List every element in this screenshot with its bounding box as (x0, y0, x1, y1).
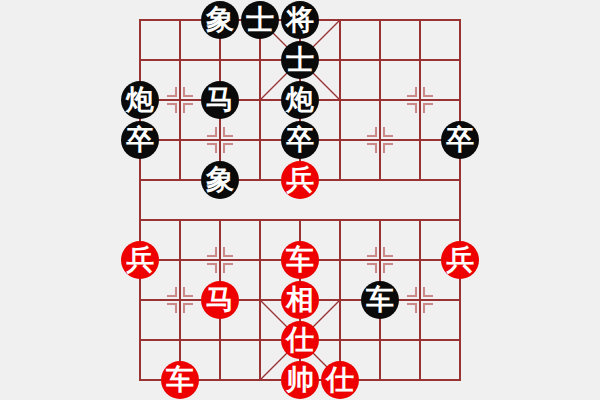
intersection-c4-r1[interactable]: 士 (280, 40, 320, 80)
piece-black-advisor[interactable]: 士 (241, 1, 279, 39)
intersection-c2-r3[interactable] (200, 120, 240, 160)
piece-black-elephant[interactable]: 象 (201, 1, 239, 39)
intersection-c6-r1[interactable] (360, 40, 400, 80)
piece-black-chariot[interactable]: 车 (361, 281, 399, 319)
intersection-c4-r8[interactable]: 仕 (280, 320, 320, 360)
intersection-c7-r0[interactable] (400, 0, 440, 40)
piece-black-general[interactable]: 将 (281, 1, 319, 39)
piece-black-soldier[interactable]: 卒 (281, 121, 319, 159)
intersection-c5-r9[interactable]: 仕 (320, 360, 360, 400)
intersection-c2-r4[interactable]: 象 (200, 160, 240, 200)
intersection-c7-r8[interactable] (400, 320, 440, 360)
intersection-c2-r7[interactable]: 马 (200, 280, 240, 320)
intersection-c5-r4[interactable] (320, 160, 360, 200)
intersection-c0-r2[interactable]: 炮 (120, 80, 160, 120)
intersection-c4-r0[interactable]: 将 (280, 0, 320, 40)
intersection-c1-r5[interactable] (160, 200, 200, 240)
piece-black-soldier[interactable]: 卒 (121, 121, 159, 159)
piece-red-soldier[interactable]: 兵 (441, 241, 479, 279)
intersection-c3-r3[interactable] (240, 120, 280, 160)
board-grid: 象士将士炮马炮卒卒卒象兵兵车兵马相车仕车帅仕 (120, 0, 480, 400)
intersection-c4-r4[interactable]: 兵 (280, 160, 320, 200)
intersection-c7-r5[interactable] (400, 200, 440, 240)
piece-red-chariot[interactable]: 车 (161, 361, 199, 399)
intersection-c8-r8[interactable] (440, 320, 480, 360)
piece-red-chariot[interactable]: 车 (281, 241, 319, 279)
intersection-c3-r4[interactable] (240, 160, 280, 200)
intersection-c6-r7[interactable]: 车 (360, 280, 400, 320)
piece-red-general[interactable]: 帅 (281, 361, 319, 399)
intersection-c6-r8[interactable] (360, 320, 400, 360)
intersection-c8-r3[interactable]: 卒 (440, 120, 480, 160)
intersection-c1-r0[interactable] (160, 0, 200, 40)
intersection-c5-r0[interactable] (320, 0, 360, 40)
intersection-c4-r7[interactable]: 相 (280, 280, 320, 320)
intersection-c2-r5[interactable] (200, 200, 240, 240)
intersection-c2-r2[interactable]: 马 (200, 80, 240, 120)
intersection-c1-r6[interactable] (160, 240, 200, 280)
intersection-c4-r6[interactable]: 车 (280, 240, 320, 280)
piece-red-soldier[interactable]: 兵 (281, 161, 319, 199)
intersection-c8-r4[interactable] (440, 160, 480, 200)
xiangqi-board: 象士将士炮马炮卒卒卒象兵兵车兵马相车仕车帅仕 (0, 0, 600, 400)
intersection-c6-r6[interactable] (360, 240, 400, 280)
piece-black-cannon[interactable]: 炮 (121, 81, 159, 119)
piece-black-cannon[interactable]: 炮 (281, 81, 319, 119)
intersection-c7-r2[interactable] (400, 80, 440, 120)
piece-black-horse[interactable]: 马 (201, 81, 239, 119)
piece-black-soldier[interactable]: 卒 (441, 121, 479, 159)
intersection-c3-r0[interactable]: 士 (240, 0, 280, 40)
piece-red-advisor[interactable]: 仕 (281, 321, 319, 359)
intersection-c8-r5[interactable] (440, 200, 480, 240)
intersection-c3-r6[interactable] (240, 240, 280, 280)
piece-red-advisor[interactable]: 仕 (321, 361, 359, 399)
intersection-c2-r9[interactable] (200, 360, 240, 400)
intersection-c6-r9[interactable] (360, 360, 400, 400)
intersection-c3-r7[interactable] (240, 280, 280, 320)
intersection-c5-r6[interactable] (320, 240, 360, 280)
intersection-c7-r1[interactable] (400, 40, 440, 80)
intersection-c0-r6[interactable]: 兵 (120, 240, 160, 280)
intersection-c0-r3[interactable]: 卒 (120, 120, 160, 160)
piece-red-elephant[interactable]: 相 (281, 281, 319, 319)
intersection-c7-r4[interactable] (400, 160, 440, 200)
intersection-c2-r6[interactable] (200, 240, 240, 280)
intersection-c1-r2[interactable] (160, 80, 200, 120)
piece-red-soldier[interactable]: 兵 (121, 241, 159, 279)
intersection-c0-r8[interactable] (120, 320, 160, 360)
intersection-c0-r9[interactable] (120, 360, 160, 400)
intersection-c1-r4[interactable] (160, 160, 200, 200)
intersection-c6-r2[interactable] (360, 80, 400, 120)
intersection-c0-r0[interactable] (120, 0, 160, 40)
intersection-c3-r2[interactable] (240, 80, 280, 120)
intersection-c1-r7[interactable] (160, 280, 200, 320)
intersection-c5-r8[interactable] (320, 320, 360, 360)
intersection-c4-r3[interactable]: 卒 (280, 120, 320, 160)
intersection-c5-r7[interactable] (320, 280, 360, 320)
intersection-c5-r1[interactable] (320, 40, 360, 80)
intersection-c0-r4[interactable] (120, 160, 160, 200)
intersection-c2-r1[interactable] (200, 40, 240, 80)
intersection-c2-r8[interactable] (200, 320, 240, 360)
intersection-c8-r7[interactable] (440, 280, 480, 320)
intersection-c7-r7[interactable] (400, 280, 440, 320)
intersection-c8-r0[interactable] (440, 0, 480, 40)
intersection-c7-r6[interactable] (400, 240, 440, 280)
intersection-c6-r4[interactable] (360, 160, 400, 200)
intersection-c1-r3[interactable] (160, 120, 200, 160)
intersection-c0-r1[interactable] (120, 40, 160, 80)
intersection-c6-r5[interactable] (360, 200, 400, 240)
intersection-c1-r1[interactable] (160, 40, 200, 80)
intersection-c4-r5[interactable] (280, 200, 320, 240)
intersection-c8-r9[interactable] (440, 360, 480, 400)
intersection-c1-r8[interactable] (160, 320, 200, 360)
intersection-c1-r9[interactable]: 车 (160, 360, 200, 400)
intersection-c5-r2[interactable] (320, 80, 360, 120)
piece-red-horse[interactable]: 马 (201, 281, 239, 319)
piece-black-elephant[interactable]: 象 (201, 161, 239, 199)
intersection-c7-r9[interactable] (400, 360, 440, 400)
piece-black-advisor[interactable]: 士 (281, 41, 319, 79)
intersection-c8-r2[interactable] (440, 80, 480, 120)
intersection-c8-r6[interactable]: 兵 (440, 240, 480, 280)
intersection-c5-r3[interactable] (320, 120, 360, 160)
intersection-c2-r0[interactable]: 象 (200, 0, 240, 40)
intersection-c6-r0[interactable] (360, 0, 400, 40)
intersection-c3-r5[interactable] (240, 200, 280, 240)
intersection-c6-r3[interactable] (360, 120, 400, 160)
intersection-c0-r7[interactable] (120, 280, 160, 320)
intersection-c4-r2[interactable]: 炮 (280, 80, 320, 120)
intersection-c3-r9[interactable] (240, 360, 280, 400)
intersection-c3-r8[interactable] (240, 320, 280, 360)
intersection-c4-r9[interactable]: 帅 (280, 360, 320, 400)
intersection-c8-r1[interactable] (440, 40, 480, 80)
intersection-c7-r3[interactable] (400, 120, 440, 160)
intersection-c5-r5[interactable] (320, 200, 360, 240)
intersection-c0-r5[interactable] (120, 200, 160, 240)
intersection-c3-r1[interactable] (240, 40, 280, 80)
